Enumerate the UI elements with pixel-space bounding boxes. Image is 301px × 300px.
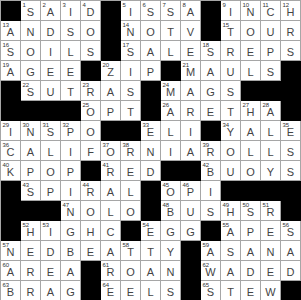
cell-r13c14[interactable]: N <box>261 241 281 261</box>
cell-letter: R <box>187 107 195 121</box>
clue-number-35: 35 <box>283 122 289 129</box>
cell-r11c12[interactable]: 49H <box>221 201 241 221</box>
black-cell-r10c1 <box>1 181 21 201</box>
cell-r6c5[interactable]: 25O <box>81 101 101 121</box>
cell-r7c5[interactable]: O <box>81 121 101 141</box>
cell-r8c9[interactable]: I <box>161 141 181 161</box>
cell-letter: S <box>27 187 34 201</box>
black-cell-r1c6 <box>101 1 121 21</box>
cell-r13c1[interactable]: 57N <box>1 241 21 261</box>
black-cell-r5c1 <box>1 81 21 101</box>
clue-number-2: 2 <box>43 2 46 9</box>
cell-r15c13[interactable]: E <box>241 281 261 300</box>
cell-letter: A <box>67 267 74 281</box>
cell-r1c9[interactable]: 7S <box>161 1 181 21</box>
clue-number-64: 64 <box>103 282 109 289</box>
cell-r10c5[interactable]: 44R <box>81 181 101 201</box>
clue-number-25: 25 <box>83 102 89 109</box>
cell-r7c2[interactable]: 30N <box>21 121 41 141</box>
cell-letter: S <box>127 87 134 101</box>
cell-r2c5[interactable]: O <box>81 21 101 41</box>
cell-r13c4[interactable]: B <box>61 241 81 261</box>
clue-number-65: 65 <box>203 282 209 289</box>
cell-letter: O <box>146 27 155 41</box>
cell-r6c7[interactable]: T <box>121 101 141 121</box>
black-cell-r10c13 <box>241 181 261 201</box>
cell-r9c6[interactable]: 41R <box>101 161 121 181</box>
clue-number-59: 59 <box>203 242 209 249</box>
cell-r4c2[interactable]: G <box>21 61 41 81</box>
cell-letter: E <box>107 287 114 300</box>
cell-r7c15[interactable]: 35E <box>281 121 301 141</box>
cell-r1c14[interactable]: 11C <box>261 1 281 21</box>
cell-letter: I <box>9 127 12 141</box>
cell-r3c1[interactable]: 16S <box>1 41 21 61</box>
cell-r14c15[interactable]: D <box>281 261 301 281</box>
cell-r10c6[interactable]: A <box>101 181 121 201</box>
cell-r13c6[interactable]: A <box>101 241 121 261</box>
cell-letter: S <box>287 47 294 61</box>
cell-r14c2[interactable]: R <box>21 261 41 281</box>
cell-letter: L <box>67 47 73 61</box>
cell-r12c8[interactable]: 54E <box>141 221 161 241</box>
cell-r13c2[interactable]: E <box>21 241 41 261</box>
cell-letter: R <box>267 207 275 221</box>
cell-r12c6[interactable]: C <box>101 221 121 241</box>
cell-letter: P <box>67 167 74 181</box>
cell-r2c4[interactable]: S <box>61 21 81 41</box>
cell-r14c6[interactable]: 61R <box>101 261 121 281</box>
cell-r8c3[interactable]: L <box>41 141 61 161</box>
cell-letter: U <box>47 87 55 101</box>
cell-letter: S <box>47 127 54 141</box>
cell-r4c7[interactable]: I <box>121 61 141 81</box>
cell-r9c4[interactable]: P <box>61 161 81 181</box>
cell-r11c9[interactable]: 48B <box>161 201 181 221</box>
cell-r14c4[interactable]: A <box>61 261 81 281</box>
cell-letter: R <box>87 87 95 101</box>
cell-r9c2[interactable]: P <box>21 161 41 181</box>
cell-r9c7[interactable]: E <box>121 161 141 181</box>
cell-r13c15[interactable]: A <box>281 241 301 261</box>
clue-number-27: 27 <box>243 102 249 109</box>
cell-letter: A <box>107 187 114 201</box>
cell-r6c9[interactable]: 26A <box>161 101 181 121</box>
cell-r8c12[interactable]: O <box>221 141 241 161</box>
cell-r13c9[interactable]: Y <box>161 241 181 261</box>
cell-r5c7[interactable]: S <box>121 81 141 101</box>
black-cell-r9c9 <box>161 161 181 181</box>
cell-r5c11[interactable]: G <box>201 81 221 101</box>
cell-r3c11[interactable]: 18S <box>201 41 221 61</box>
cell-r13c7[interactable]: 58T <box>121 241 141 261</box>
cell-r14c9[interactable]: N <box>161 261 181 281</box>
cell-r12c13[interactable]: P <box>241 221 261 241</box>
cell-r1c12[interactable]: 9I <box>221 1 241 21</box>
cell-letter: E <box>127 167 134 181</box>
cell-letter: E <box>207 107 214 121</box>
cell-r7c12[interactable]: 34Y <box>221 121 241 141</box>
cell-r5c4[interactable]: T <box>61 81 81 101</box>
cell-letter: A <box>107 87 114 101</box>
cell-letter: P <box>267 47 274 61</box>
cell-letter: T <box>227 287 234 300</box>
cell-r5c10[interactable]: A <box>181 81 201 101</box>
cell-r14c12[interactable]: A <box>221 261 241 281</box>
cell-letter: G <box>26 67 35 81</box>
black-cell-r7c11 <box>201 121 221 141</box>
cell-r5c3[interactable]: U <box>41 81 61 101</box>
clue-number-44: 44 <box>83 182 89 189</box>
cell-r12c9[interactable]: G <box>161 221 181 241</box>
cell-r6c10[interactable]: R <box>181 101 201 121</box>
cell-r2c9[interactable]: T <box>161 21 181 41</box>
cell-r4c8[interactable]: P <box>141 61 161 81</box>
cell-letter: A <box>47 7 54 21</box>
clue-number-24: 24 <box>163 82 169 89</box>
cell-r6c13[interactable]: 27H <box>241 101 261 121</box>
cell-r11c5[interactable]: O <box>81 201 101 221</box>
cell-r14c7[interactable]: O <box>121 261 141 281</box>
cell-r3c13[interactable]: E <box>241 41 261 61</box>
cell-r12c3[interactable]: 53I <box>41 221 61 241</box>
cell-letter: I <box>129 67 132 81</box>
cell-r4c11[interactable]: A <box>201 61 221 81</box>
cell-r10c3[interactable]: P <box>41 181 61 201</box>
cell-r6c11[interactable]: E <box>201 101 221 121</box>
cell-r12c14[interactable]: E <box>261 221 281 241</box>
cell-r11c7[interactable]: O <box>121 201 141 221</box>
cell-r15c3[interactable]: A <box>41 281 61 300</box>
cell-r7c10[interactable]: I <box>181 121 201 141</box>
cell-letter: S <box>167 7 174 21</box>
cell-letter: H <box>247 107 255 121</box>
cell-r3c4[interactable]: L <box>61 41 81 61</box>
cell-r15c11[interactable]: 65S <box>201 281 221 300</box>
cell-r14c13[interactable]: D <box>241 261 261 281</box>
cell-r11c10[interactable]: U <box>181 201 201 221</box>
cell-r5c12[interactable]: S <box>221 81 241 101</box>
cell-r5c9[interactable]: 24M <box>161 81 181 101</box>
clue-number-32: 32 <box>63 122 69 129</box>
cell-r11c11[interactable]: S <box>201 201 221 221</box>
cell-r1c8[interactable]: 6S <box>141 1 161 21</box>
cell-letter: S <box>167 287 174 300</box>
cell-r1c2[interactable]: 1S <box>21 1 41 21</box>
cell-r15c9[interactable]: S <box>161 281 181 300</box>
cell-r10c9[interactable]: 45O <box>161 181 181 201</box>
cell-r12c10[interactable]: G <box>181 221 201 241</box>
clue-number-42: 42 <box>203 162 209 169</box>
cell-r1c7[interactable]: 5I <box>121 1 141 21</box>
clue-number-51: 51 <box>263 202 269 209</box>
cell-letter: R <box>107 167 115 181</box>
cell-r14c1[interactable]: 60A <box>1 261 21 281</box>
cell-r2c14[interactable]: U <box>261 21 281 41</box>
cell-letter: O <box>166 187 175 201</box>
cell-r2c13[interactable]: O <box>241 21 261 41</box>
cell-r14c14[interactable]: E <box>261 261 281 281</box>
cell-r2c1[interactable]: 13A <box>1 21 21 41</box>
cell-r4c4[interactable]: E <box>61 61 81 81</box>
cell-letter: N <box>267 247 275 261</box>
cell-r3c2[interactable]: O <box>21 41 41 61</box>
black-cell-r6c8 <box>141 101 161 121</box>
cell-r12c4[interactable]: G <box>61 221 81 241</box>
cell-r1c15[interactable]: 12H <box>281 1 301 21</box>
cell-letter: L <box>127 187 133 201</box>
black-cell-r10c8 <box>141 181 161 201</box>
cell-r8c5[interactable]: F <box>81 141 101 161</box>
cell-r4c13[interactable]: L <box>241 61 261 81</box>
cell-letter: E <box>47 67 54 81</box>
cell-letter: U <box>227 167 235 181</box>
cell-letter: E <box>267 267 274 281</box>
cell-r4c14[interactable]: S <box>261 61 281 81</box>
cell-r6c14[interactable]: 28A <box>261 101 281 121</box>
clue-number-17: 17 <box>123 42 129 49</box>
black-cell-r5c14 <box>261 81 281 101</box>
cell-r11c6[interactable]: L <box>101 201 121 221</box>
cell-letter: A <box>7 267 14 281</box>
cell-r3c7[interactable]: 17S <box>121 41 141 61</box>
clue-number-11: 11 <box>263 2 269 9</box>
cell-r7c13[interactable]: A <box>241 121 261 141</box>
cell-letter: I <box>49 227 52 241</box>
cell-r10c4[interactable]: I <box>61 181 81 201</box>
clue-number-53: 53 <box>43 222 49 229</box>
cell-r2c8[interactable]: O <box>141 21 161 41</box>
cell-r3c10[interactable]: E <box>181 41 201 61</box>
black-cell-r11c1 <box>1 201 21 221</box>
cell-r14c11[interactable]: 62W <box>201 261 221 281</box>
cell-r13c13[interactable]: A <box>241 241 261 261</box>
cell-r15c1[interactable]: 63B <box>1 281 21 300</box>
cell-r9c8[interactable]: D <box>141 161 161 181</box>
cell-r10c10[interactable]: 46P <box>181 181 201 201</box>
cell-letter: U <box>267 27 275 41</box>
cell-r3c3[interactable]: I <box>41 41 61 61</box>
cell-letter: T <box>227 107 234 121</box>
black-cell-r15c5 <box>81 281 101 300</box>
cell-r2c10[interactable]: V <box>181 21 201 41</box>
clue-number-30: 30 <box>23 122 29 129</box>
cell-r8c13[interactable]: L <box>241 141 261 161</box>
cell-letter: E <box>267 227 274 241</box>
cell-r15c12[interactable]: T <box>221 281 241 300</box>
cell-r11c13[interactable]: 50S <box>241 201 261 221</box>
cell-r8c15[interactable]: S <box>281 141 301 161</box>
cell-r15c4[interactable]: G <box>61 281 81 300</box>
cell-r3c8[interactable]: A <box>141 41 161 61</box>
cell-letter: K <box>7 167 14 181</box>
cell-r8c6[interactable]: 37O <box>101 141 121 161</box>
cell-r1c4[interactable]: 3I <box>61 1 81 21</box>
cell-r10c11[interactable]: I <box>201 181 221 201</box>
cell-r15c6[interactable]: 64E <box>101 281 121 300</box>
cell-letter: A <box>227 227 234 241</box>
black-cell-r9c5 <box>81 161 101 181</box>
clue-number-13: 13 <box>3 22 9 29</box>
cell-r13c8[interactable]: T <box>141 241 161 261</box>
cell-r11c14[interactable]: 51R <box>261 201 281 221</box>
black-cell-r10c12 <box>221 181 241 201</box>
cell-r12c2[interactable]: 52H <box>21 221 41 241</box>
cell-r1c13[interactable]: 10N <box>241 1 261 21</box>
cell-letter: D <box>47 27 55 41</box>
cell-r2c12[interactable]: 15T <box>221 21 241 41</box>
cell-r15c2[interactable]: R <box>21 281 41 300</box>
cell-letter: S <box>207 287 214 300</box>
cell-letter: R <box>287 27 295 41</box>
cell-r15c8[interactable]: L <box>141 281 161 300</box>
cell-r3c14[interactable]: P <box>261 41 281 61</box>
clue-number-63: 63 <box>3 282 9 289</box>
cell-letter: H <box>287 7 295 21</box>
cell-letter: W <box>205 267 215 281</box>
cell-r10c2[interactable]: 43S <box>21 181 41 201</box>
cell-r7c9[interactable]: L <box>161 121 181 141</box>
cell-letter: S <box>287 167 294 181</box>
clue-number-16: 16 <box>3 42 9 49</box>
cell-letter: O <box>246 167 255 181</box>
cell-r4c12[interactable]: U <box>221 61 241 81</box>
cell-r1c10[interactable]: 8A <box>181 1 201 21</box>
cell-r1c3[interactable]: 2A <box>41 1 61 21</box>
cell-r13c5[interactable]: E <box>81 241 101 261</box>
cell-r9c3[interactable]: O <box>41 161 61 181</box>
cell-r6c12[interactable]: T <box>221 101 241 121</box>
cell-r1c5[interactable]: 4D <box>81 1 101 21</box>
cell-r4c6[interactable]: 20Z <box>101 61 121 81</box>
cell-r8c1[interactable]: 36C <box>1 141 21 161</box>
cell-letter: T <box>127 107 134 121</box>
cell-r9c15[interactable]: S <box>281 161 301 181</box>
cell-letter: A <box>167 107 174 121</box>
cell-r10c7[interactable]: L <box>121 181 141 201</box>
clue-number-4: 4 <box>83 2 86 9</box>
black-cell-r6c15 <box>281 101 301 121</box>
cell-letter: N <box>27 27 35 41</box>
cell-r8c14[interactable]: L <box>261 141 281 161</box>
cell-letter: E <box>67 67 74 81</box>
cell-r11c4[interactable]: 47N <box>61 201 81 221</box>
cell-r12c15[interactable]: 56S <box>281 221 301 241</box>
cell-r8c7[interactable]: 38R <box>121 141 141 161</box>
cell-r8c8[interactable]: N <box>141 141 161 161</box>
cell-r7c1[interactable]: 29I <box>1 121 21 141</box>
black-cell-r6c1 <box>1 101 21 121</box>
black-cell-r12c1 <box>1 221 21 241</box>
cell-r8c4[interactable]: I <box>61 141 81 161</box>
cell-r13c12[interactable]: S <box>221 241 241 261</box>
cell-letter: O <box>46 167 55 181</box>
clue-number-31: 31 <box>43 122 49 129</box>
cell-letter: A <box>187 7 194 21</box>
cell-r2c15[interactable]: R <box>281 21 301 41</box>
cell-r14c3[interactable]: E <box>41 261 61 281</box>
cell-r13c11[interactable]: 59A <box>201 241 221 261</box>
cell-letter: R <box>27 287 35 300</box>
cell-letter: E <box>287 127 294 141</box>
black-cell-r10c14 <box>261 181 281 201</box>
cell-r5c2[interactable]: 22S <box>21 81 41 101</box>
clue-number-39: 39 <box>203 142 209 149</box>
cell-r3c12[interactable]: R <box>221 41 241 61</box>
cell-letter: D <box>287 267 295 281</box>
cell-letter: C <box>7 147 15 161</box>
cell-r13c3[interactable]: D <box>41 241 61 261</box>
cell-letter: A <box>287 247 294 261</box>
black-cell-r5c13 <box>241 81 261 101</box>
cell-letter: A <box>7 27 14 41</box>
cell-letter: H <box>227 207 235 221</box>
cell-r7c14[interactable]: L <box>261 121 281 141</box>
cell-r14c8[interactable]: A <box>141 261 161 281</box>
clue-number-6: 6 <box>143 2 146 9</box>
cell-letter: O <box>246 27 255 41</box>
cell-letter: S <box>27 87 34 101</box>
black-cell-r15c10 <box>181 281 201 300</box>
cell-r3c5[interactable]: S <box>81 41 101 61</box>
clue-number-40: 40 <box>3 162 9 169</box>
cell-r5c5[interactable]: 23R <box>81 81 101 101</box>
cell-r12c12[interactable]: 55A <box>221 221 241 241</box>
cell-r9c12[interactable]: U <box>221 161 241 181</box>
cell-letter: E <box>27 247 34 261</box>
cell-letter: S <box>147 7 154 21</box>
cell-r15c14[interactable]: W <box>261 281 281 300</box>
cell-r12c5[interactable]: H <box>81 221 101 241</box>
cell-r7c4[interactable]: 32P <box>61 121 81 141</box>
cell-letter: R <box>27 267 35 281</box>
cell-letter: L <box>247 67 253 81</box>
cell-r3c9[interactable]: L <box>161 41 181 61</box>
cell-r6c6[interactable]: P <box>101 101 121 121</box>
cell-r2c7[interactable]: 14N <box>121 21 141 41</box>
cell-letter: E <box>87 247 94 261</box>
cell-r8c11[interactable]: 39R <box>201 141 221 161</box>
cell-r4c3[interactable]: E <box>41 61 61 81</box>
cell-letter: A <box>27 147 34 161</box>
clue-number-54: 54 <box>143 222 149 229</box>
clue-number-43: 43 <box>23 182 29 189</box>
cell-r7c3[interactable]: 31S <box>41 121 61 141</box>
cell-letter: N <box>7 247 15 261</box>
cell-r2c3[interactable]: D <box>41 21 61 41</box>
cell-r9c13[interactable]: O <box>241 161 261 181</box>
cell-r4c10[interactable]: 21M <box>181 61 201 81</box>
cell-r4c1[interactable]: 19A <box>1 61 21 81</box>
cell-letter: I <box>229 7 232 21</box>
cell-r9c14[interactable]: Y <box>261 161 281 181</box>
cell-r3c15[interactable]: S <box>281 41 301 61</box>
cell-r8c10[interactable]: A <box>181 141 201 161</box>
cell-letter: A <box>227 267 234 281</box>
cell-r15c7[interactable]: E <box>121 281 141 300</box>
cell-r8c2[interactable]: A <box>21 141 41 161</box>
cell-letter: S <box>227 247 234 261</box>
crossword-board: 1S2A3I4D5I6S7S8A9I10N11C12H13ANDSO14NOTV… <box>0 0 301 300</box>
cell-r2c2[interactable]: N <box>21 21 41 41</box>
cell-letter: U <box>187 207 195 221</box>
cell-r7c8[interactable]: 33E <box>141 121 161 141</box>
cell-letter: Z <box>107 67 114 81</box>
cell-r9c11[interactable]: 42B <box>201 161 221 181</box>
cell-r5c6[interactable]: A <box>101 81 121 101</box>
cell-letter: L <box>107 207 113 221</box>
cell-r9c1[interactable]: 40K <box>1 161 21 181</box>
